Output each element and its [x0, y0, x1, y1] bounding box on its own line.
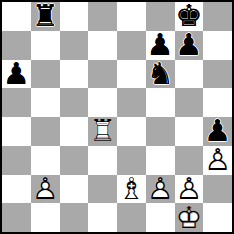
square-g5[interactable] [175, 88, 204, 117]
square-c8[interactable] [60, 2, 89, 31]
piece-black-rook-b8[interactable]: ♜♜ [31, 2, 60, 31]
square-f6[interactable]: ♞♞ [146, 60, 175, 89]
piece-black-pawn-a6[interactable]: ♟♟ [2, 60, 31, 89]
piece-white-king-g1[interactable]: ♚♔ [175, 203, 204, 232]
square-a6[interactable]: ♟♟ [2, 60, 31, 89]
square-d4[interactable]: ♜♖ [88, 117, 117, 146]
square-e2[interactable]: ♝♗ [117, 175, 146, 204]
square-b1[interactable] [31, 203, 60, 232]
white-bishop-icon: ♗ [117, 174, 146, 204]
square-b4[interactable] [31, 117, 60, 146]
square-c4[interactable] [60, 117, 89, 146]
square-g4[interactable] [175, 117, 204, 146]
square-h8[interactable] [203, 2, 232, 31]
white-rook-icon: ♖ [88, 116, 117, 146]
piece-white-pawn-f2[interactable]: ♟♙ [146, 175, 175, 204]
square-d2[interactable] [88, 175, 117, 204]
square-g1[interactable]: ♚♔ [175, 203, 204, 232]
square-e1[interactable] [117, 203, 146, 232]
square-c3[interactable] [60, 146, 89, 175]
square-a3[interactable] [2, 146, 31, 175]
square-f1[interactable] [146, 203, 175, 232]
piece-white-rook-d4[interactable]: ♜♖ [88, 117, 117, 146]
white-pawn-icon: ♙ [31, 174, 60, 204]
square-c6[interactable] [60, 60, 89, 89]
square-c2[interactable] [60, 175, 89, 204]
square-h7[interactable] [203, 31, 232, 60]
piece-black-pawn-g7[interactable]: ♟♟ [175, 31, 204, 60]
square-b8[interactable]: ♜♜ [31, 2, 60, 31]
square-b7[interactable] [31, 31, 60, 60]
square-d6[interactable] [88, 60, 117, 89]
square-c7[interactable] [60, 31, 89, 60]
black-pawn-icon: ♟ [2, 59, 31, 89]
white-pawn-icon: ♙ [146, 174, 175, 204]
square-e7[interactable] [117, 31, 146, 60]
black-pawn-icon: ♟ [175, 30, 204, 60]
square-e6[interactable] [117, 60, 146, 89]
square-g7[interactable]: ♟♟ [175, 31, 204, 60]
square-g6[interactable] [175, 60, 204, 89]
white-pawn-icon: ♙ [203, 145, 232, 175]
chess-board: ♜♜♚♚♟♟♟♟♟♟♞♞♜♖♟♟♟♙♟♙♝♗♟♙♟♙♚♔ [2, 2, 232, 232]
square-a1[interactable] [2, 203, 31, 232]
square-h6[interactable] [203, 60, 232, 89]
square-e4[interactable] [117, 117, 146, 146]
square-b5[interactable] [31, 88, 60, 117]
square-b2[interactable]: ♟♙ [31, 175, 60, 204]
white-king-icon: ♔ [175, 203, 204, 233]
square-d1[interactable] [88, 203, 117, 232]
square-a4[interactable] [2, 117, 31, 146]
square-h3[interactable]: ♟♙ [203, 146, 232, 175]
square-a8[interactable] [2, 2, 31, 31]
square-e8[interactable] [117, 2, 146, 31]
square-c5[interactable] [60, 88, 89, 117]
black-rook-icon: ♜ [31, 1, 60, 31]
square-f2[interactable]: ♟♙ [146, 175, 175, 204]
black-knight-icon: ♞ [146, 59, 175, 89]
piece-white-bishop-e2[interactable]: ♝♗ [117, 175, 146, 204]
piece-white-pawn-h3[interactable]: ♟♙ [203, 146, 232, 175]
square-d3[interactable] [88, 146, 117, 175]
square-f5[interactable] [146, 88, 175, 117]
square-h2[interactable] [203, 175, 232, 204]
square-a2[interactable] [2, 175, 31, 204]
square-c1[interactable] [60, 203, 89, 232]
square-a5[interactable] [2, 88, 31, 117]
square-d8[interactable] [88, 2, 117, 31]
square-e5[interactable] [117, 88, 146, 117]
square-f4[interactable] [146, 117, 175, 146]
chess-diagram: ♜♜♚♚♟♟♟♟♟♟♞♞♜♖♟♟♟♙♟♙♝♗♟♙♟♙♚♔ [0, 0, 234, 234]
piece-black-knight-f6[interactable]: ♞♞ [146, 60, 175, 89]
square-h1[interactable] [203, 203, 232, 232]
piece-white-pawn-b2[interactable]: ♟♙ [31, 175, 60, 204]
square-d7[interactable] [88, 31, 117, 60]
square-b6[interactable] [31, 60, 60, 89]
board-frame: ♜♜♚♚♟♟♟♟♟♟♞♞♜♖♟♟♟♙♟♙♝♗♟♙♟♙♚♔ [0, 0, 234, 234]
